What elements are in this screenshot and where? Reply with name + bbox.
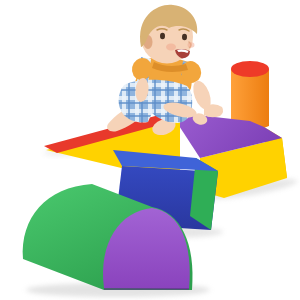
baby-right-hand: [204, 104, 223, 117]
baby-cheek-blush-left: [166, 44, 176, 51]
foam-climber-scene: [0, 0, 300, 300]
cylinder-top: [231, 61, 269, 77]
baby-eye-right: [182, 34, 187, 40]
baby-cheek-blush-right: [188, 42, 195, 48]
product-photo: [0, 0, 300, 300]
baby-eye-left: [160, 33, 165, 39]
